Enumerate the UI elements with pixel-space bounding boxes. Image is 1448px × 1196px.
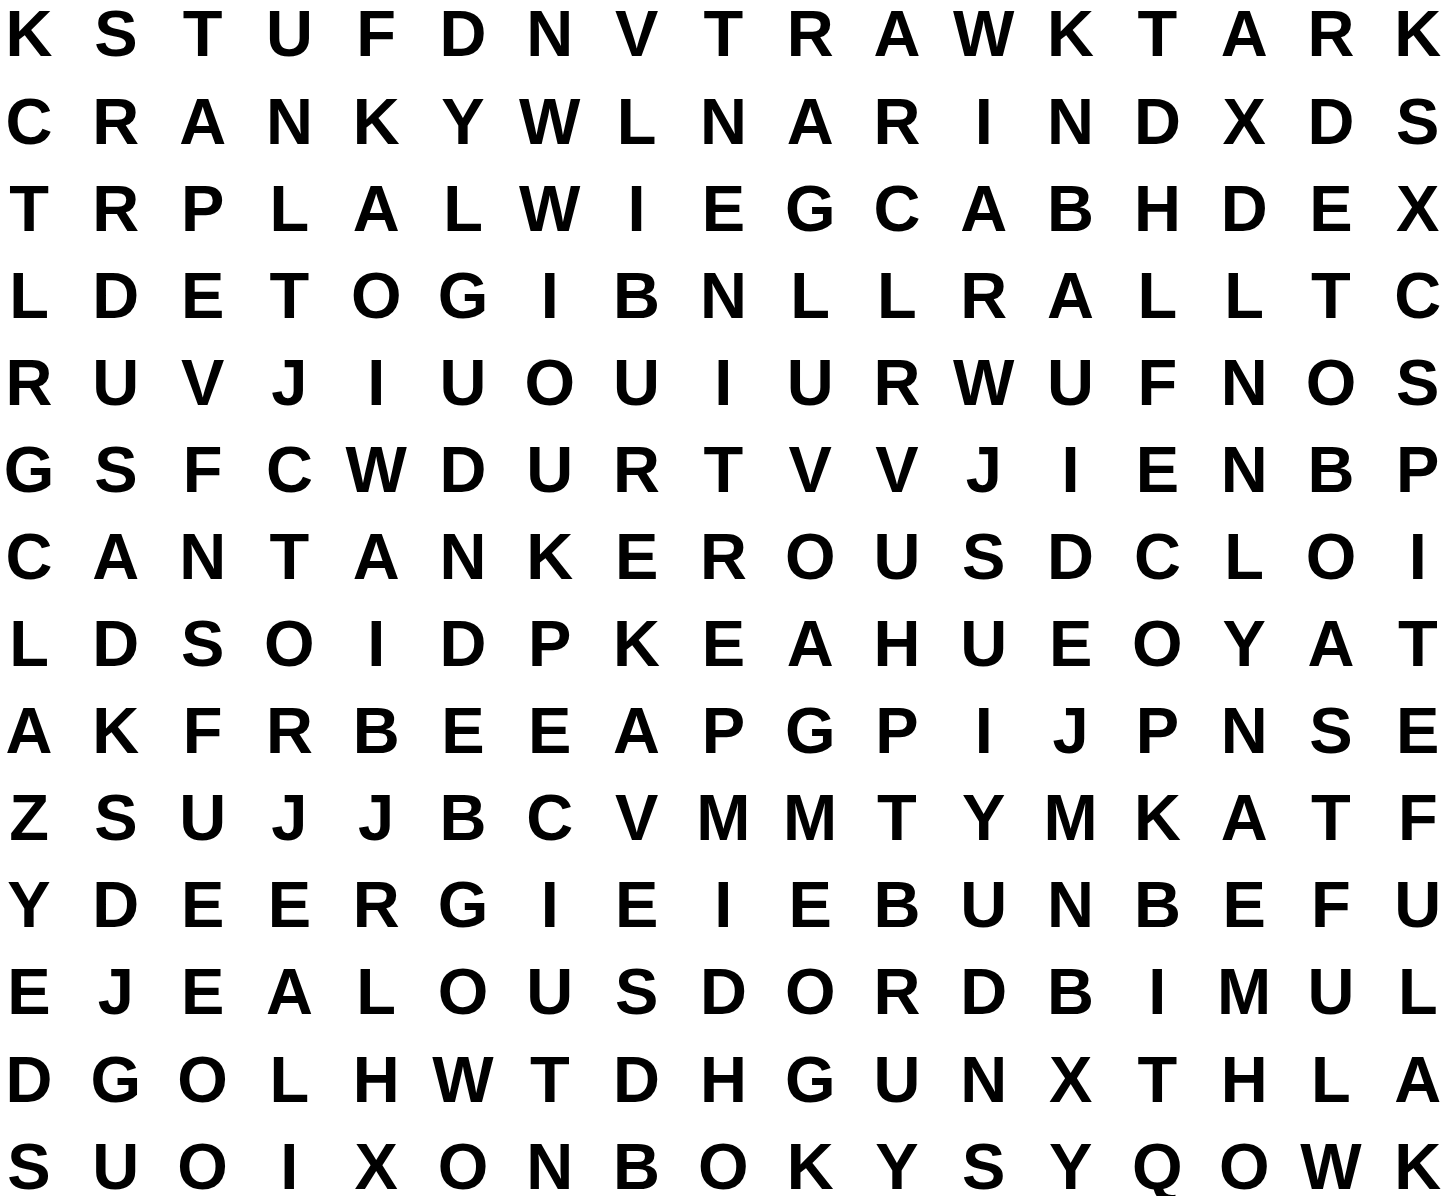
grid-cell[interactable]: E xyxy=(1288,165,1375,252)
grid-cell[interactable]: I xyxy=(506,861,593,948)
grid-cell[interactable]: O xyxy=(506,339,593,426)
grid-cell[interactable]: K xyxy=(767,1123,854,1196)
grid-cell[interactable]: W xyxy=(940,0,1027,78)
grid-cell[interactable]: T xyxy=(1114,0,1201,78)
grid-cell[interactable]: O xyxy=(767,513,854,600)
grid-cell[interactable]: E xyxy=(159,252,246,339)
grid-cell[interactable]: W xyxy=(506,165,593,252)
grid-cell[interactable]: U xyxy=(854,1036,941,1123)
grid-cell[interactable]: P xyxy=(1114,687,1201,774)
grid-cell[interactable]: K xyxy=(1114,774,1201,861)
grid-cell[interactable]: T xyxy=(680,0,767,78)
grid-cell[interactable]: R xyxy=(854,78,941,165)
grid-cell[interactable]: X xyxy=(1201,78,1288,165)
grid-cell[interactable]: S xyxy=(1374,339,1448,426)
grid-cell[interactable]: R xyxy=(680,513,767,600)
grid-cell[interactable]: D xyxy=(420,0,507,78)
grid-cell[interactable]: F xyxy=(1114,339,1201,426)
grid-cell[interactable]: E xyxy=(680,600,767,687)
grid-cell[interactable]: O xyxy=(1201,1123,1288,1196)
grid-cell[interactable]: M xyxy=(1201,948,1288,1035)
grid-cell[interactable]: B xyxy=(593,252,680,339)
grid-cell[interactable]: Y xyxy=(0,861,72,948)
grid-cell[interactable]: A xyxy=(1374,1036,1448,1123)
grid-cell[interactable]: K xyxy=(333,78,420,165)
grid-cell[interactable]: B xyxy=(1288,426,1375,513)
grid-cell[interactable]: D xyxy=(1114,78,1201,165)
grid-cell[interactable]: O xyxy=(159,1123,246,1196)
grid-cell[interactable]: E xyxy=(506,687,593,774)
grid-cell[interactable]: U xyxy=(159,774,246,861)
grid-cell[interactable]: L xyxy=(0,600,72,687)
grid-cell[interactable]: S xyxy=(1374,78,1448,165)
grid-cell[interactable]: L xyxy=(246,1036,333,1123)
grid-cell[interactable]: I xyxy=(940,78,1027,165)
grid-cell[interactable]: H xyxy=(680,1036,767,1123)
grid-cell[interactable]: J xyxy=(246,339,333,426)
grid-cell[interactable]: W xyxy=(940,339,1027,426)
grid-cell[interactable]: C xyxy=(854,165,941,252)
grid-cell[interactable]: D xyxy=(1201,165,1288,252)
grid-cell[interactable]: W xyxy=(1288,1123,1375,1196)
grid-cell[interactable]: U xyxy=(940,600,1027,687)
grid-cell[interactable]: M xyxy=(1027,774,1114,861)
grid-cell[interactable]: Y xyxy=(1027,1123,1114,1196)
grid-cell[interactable]: A xyxy=(593,687,680,774)
grid-cell[interactable]: T xyxy=(1374,600,1448,687)
grid-cell[interactable]: J xyxy=(246,774,333,861)
grid-cell[interactable]: S xyxy=(1288,687,1375,774)
grid-cell[interactable]: N xyxy=(680,252,767,339)
grid-cell[interactable]: D xyxy=(72,252,159,339)
grid-cell[interactable]: C xyxy=(1374,252,1448,339)
grid-cell[interactable]: T xyxy=(246,513,333,600)
grid-cell[interactable]: K xyxy=(0,0,72,78)
grid-cell[interactable]: B xyxy=(420,774,507,861)
grid-cell[interactable]: T xyxy=(854,774,941,861)
grid-cell[interactable]: G xyxy=(767,687,854,774)
grid-cell[interactable]: I xyxy=(1374,513,1448,600)
grid-cell[interactable]: A xyxy=(0,687,72,774)
grid-cell[interactable]: C xyxy=(0,78,72,165)
grid-cell[interactable]: D xyxy=(72,861,159,948)
grid-cell[interactable]: I xyxy=(333,600,420,687)
grid-cell[interactable]: V xyxy=(593,0,680,78)
grid-cell[interactable]: T xyxy=(246,252,333,339)
grid-cell[interactable]: U xyxy=(246,0,333,78)
grid-cell[interactable]: N xyxy=(940,1036,1027,1123)
grid-cell[interactable]: V xyxy=(159,339,246,426)
grid-cell[interactable]: N xyxy=(246,78,333,165)
grid-cell[interactable]: H xyxy=(854,600,941,687)
grid-cell[interactable]: A xyxy=(159,78,246,165)
grid-cell[interactable]: B xyxy=(1114,861,1201,948)
grid-cell[interactable]: T xyxy=(159,0,246,78)
grid-cell[interactable]: G xyxy=(0,426,72,513)
grid-cell[interactable]: X xyxy=(1374,165,1448,252)
grid-cell[interactable]: E xyxy=(593,861,680,948)
grid-cell[interactable]: U xyxy=(1374,861,1448,948)
grid-cell[interactable]: U xyxy=(940,861,1027,948)
grid-cell[interactable]: W xyxy=(420,1036,507,1123)
grid-cell[interactable]: A xyxy=(940,165,1027,252)
grid-cell[interactable]: E xyxy=(1027,600,1114,687)
grid-cell[interactable]: R xyxy=(333,861,420,948)
grid-cell[interactable]: L xyxy=(1201,252,1288,339)
grid-cell[interactable]: H xyxy=(1114,165,1201,252)
grid-cell[interactable]: A xyxy=(1027,252,1114,339)
grid-cell[interactable]: T xyxy=(1288,774,1375,861)
grid-cell[interactable]: I xyxy=(246,1123,333,1196)
grid-cell[interactable]: K xyxy=(1027,0,1114,78)
grid-cell[interactable]: J xyxy=(1027,687,1114,774)
grid-cell[interactable]: S xyxy=(940,513,1027,600)
grid-cell[interactable]: E xyxy=(159,861,246,948)
grid-cell[interactable]: X xyxy=(1027,1036,1114,1123)
grid-cell[interactable]: E xyxy=(246,861,333,948)
grid-cell[interactable]: Y xyxy=(854,1123,941,1196)
grid-cell[interactable]: N xyxy=(680,78,767,165)
grid-cell[interactable]: S xyxy=(72,774,159,861)
grid-cell[interactable]: I xyxy=(1114,948,1201,1035)
grid-cell[interactable]: L xyxy=(420,165,507,252)
grid-cell[interactable]: R xyxy=(854,948,941,1035)
grid-cell[interactable]: U xyxy=(420,339,507,426)
grid-cell[interactable]: R xyxy=(854,339,941,426)
grid-cell[interactable]: U xyxy=(506,948,593,1035)
grid-cell[interactable]: N xyxy=(506,1123,593,1196)
grid-cell[interactable]: R xyxy=(246,687,333,774)
grid-cell[interactable]: D xyxy=(420,600,507,687)
grid-cell[interactable]: U xyxy=(767,339,854,426)
grid-cell[interactable]: G xyxy=(767,1036,854,1123)
grid-cell[interactable]: Q xyxy=(1114,1123,1201,1196)
grid-cell[interactable]: O xyxy=(159,1036,246,1123)
grid-cell[interactable]: N xyxy=(420,513,507,600)
grid-cell[interactable]: L xyxy=(246,165,333,252)
grid-cell[interactable]: Y xyxy=(940,774,1027,861)
grid-cell[interactable]: E xyxy=(0,948,72,1035)
grid-cell[interactable]: N xyxy=(159,513,246,600)
grid-cell[interactable]: A xyxy=(1201,0,1288,78)
grid-cell[interactable]: A xyxy=(333,513,420,600)
grid-cell[interactable]: E xyxy=(593,513,680,600)
grid-cell[interactable]: O xyxy=(1114,600,1201,687)
grid-cell[interactable]: K xyxy=(593,600,680,687)
grid-cell[interactable]: M xyxy=(680,774,767,861)
grid-cell[interactable]: J xyxy=(333,774,420,861)
grid-cell[interactable]: E xyxy=(1374,687,1448,774)
grid-cell[interactable]: T xyxy=(1288,252,1375,339)
grid-cell[interactable]: C xyxy=(246,426,333,513)
grid-cell[interactable]: O xyxy=(1288,513,1375,600)
grid-cell[interactable]: A xyxy=(1201,774,1288,861)
grid-cell[interactable]: P xyxy=(506,600,593,687)
grid-cell[interactable]: N xyxy=(1027,861,1114,948)
grid-cell[interactable]: R xyxy=(767,0,854,78)
grid-cell[interactable]: B xyxy=(593,1123,680,1196)
grid-cell[interactable]: K xyxy=(72,687,159,774)
grid-cell[interactable]: V xyxy=(593,774,680,861)
grid-cell[interactable]: L xyxy=(1114,252,1201,339)
grid-cell[interactable]: D xyxy=(1027,513,1114,600)
grid-cell[interactable]: U xyxy=(72,339,159,426)
grid-cell[interactable]: Y xyxy=(1201,600,1288,687)
grid-cell[interactable]: S xyxy=(940,1123,1027,1196)
grid-cell[interactable]: M xyxy=(767,774,854,861)
grid-cell[interactable]: R xyxy=(0,339,72,426)
grid-cell[interactable]: F xyxy=(1374,774,1448,861)
grid-cell[interactable]: L xyxy=(0,252,72,339)
grid-cell[interactable]: A xyxy=(767,78,854,165)
grid-cell[interactable]: E xyxy=(159,948,246,1035)
grid-cell[interactable]: T xyxy=(1114,1036,1201,1123)
grid-cell[interactable]: Z xyxy=(0,774,72,861)
grid-cell[interactable]: G xyxy=(420,861,507,948)
grid-cell[interactable]: L xyxy=(1201,513,1288,600)
grid-cell[interactable]: D xyxy=(940,948,1027,1035)
grid-cell[interactable]: I xyxy=(333,339,420,426)
grid-cell[interactable]: P xyxy=(159,165,246,252)
grid-cell[interactable]: J xyxy=(940,426,1027,513)
grid-cell[interactable]: R xyxy=(72,165,159,252)
grid-cell[interactable]: K xyxy=(506,513,593,600)
grid-cell[interactable]: R xyxy=(940,252,1027,339)
grid-cell[interactable]: E xyxy=(420,687,507,774)
grid-cell[interactable]: U xyxy=(1027,339,1114,426)
grid-cell[interactable]: O xyxy=(767,948,854,1035)
grid-cell[interactable]: F xyxy=(159,426,246,513)
grid-cell[interactable]: L xyxy=(1288,1036,1375,1123)
grid-cell[interactable]: P xyxy=(680,687,767,774)
grid-cell[interactable]: E xyxy=(1114,426,1201,513)
grid-cell[interactable]: S xyxy=(159,600,246,687)
grid-cell[interactable]: A xyxy=(767,600,854,687)
grid-cell[interactable]: F xyxy=(159,687,246,774)
grid-cell[interactable]: S xyxy=(72,426,159,513)
grid-cell[interactable]: G xyxy=(767,165,854,252)
grid-cell[interactable]: I xyxy=(680,861,767,948)
grid-cell[interactable]: U xyxy=(593,339,680,426)
grid-cell[interactable]: E xyxy=(680,165,767,252)
grid-cell[interactable]: R xyxy=(1288,0,1375,78)
grid-cell[interactable]: L xyxy=(593,78,680,165)
grid-cell[interactable]: D xyxy=(0,1036,72,1123)
grid-cell[interactable]: V xyxy=(767,426,854,513)
grid-cell[interactable]: P xyxy=(854,687,941,774)
grid-cell[interactable]: N xyxy=(506,0,593,78)
grid-cell[interactable]: S xyxy=(593,948,680,1035)
grid-cell[interactable]: H xyxy=(1201,1036,1288,1123)
grid-cell[interactable]: N xyxy=(1201,339,1288,426)
grid-cell[interactable]: I xyxy=(680,339,767,426)
grid-cell[interactable]: V xyxy=(854,426,941,513)
grid-cell[interactable]: D xyxy=(72,600,159,687)
grid-cell[interactable]: T xyxy=(506,1036,593,1123)
grid-cell[interactable]: K xyxy=(1374,1123,1448,1196)
grid-cell[interactable]: D xyxy=(593,1036,680,1123)
grid-cell[interactable]: O xyxy=(420,1123,507,1196)
grid-cell[interactable]: E xyxy=(1201,861,1288,948)
grid-cell[interactable]: O xyxy=(680,1123,767,1196)
grid-cell[interactable]: G xyxy=(72,1036,159,1123)
grid-cell[interactable]: A xyxy=(246,948,333,1035)
grid-cell[interactable]: A xyxy=(72,513,159,600)
grid-cell[interactable]: B xyxy=(854,861,941,948)
grid-cell[interactable]: U xyxy=(72,1123,159,1196)
grid-cell[interactable]: W xyxy=(506,78,593,165)
grid-cell[interactable]: I xyxy=(1027,426,1114,513)
grid-cell[interactable]: A xyxy=(333,165,420,252)
grid-cell[interactable]: I xyxy=(940,687,1027,774)
grid-cell[interactable]: F xyxy=(333,0,420,78)
grid-cell[interactable]: C xyxy=(506,774,593,861)
grid-cell[interactable]: O xyxy=(1288,339,1375,426)
grid-cell[interactable]: U xyxy=(1288,948,1375,1035)
grid-cell[interactable]: B xyxy=(1027,948,1114,1035)
grid-cell[interactable]: A xyxy=(1288,600,1375,687)
grid-cell[interactable]: X xyxy=(333,1123,420,1196)
grid-cell[interactable]: D xyxy=(420,426,507,513)
grid-cell[interactable]: O xyxy=(333,252,420,339)
grid-cell[interactable]: N xyxy=(1201,687,1288,774)
grid-cell[interactable]: J xyxy=(72,948,159,1035)
grid-cell[interactable]: L xyxy=(1374,948,1448,1035)
grid-cell[interactable]: R xyxy=(593,426,680,513)
grid-cell[interactable]: B xyxy=(333,687,420,774)
grid-cell[interactable]: N xyxy=(1201,426,1288,513)
grid-cell[interactable]: U xyxy=(506,426,593,513)
grid-cell[interactable]: S xyxy=(0,1123,72,1196)
grid-cell[interactable]: L xyxy=(767,252,854,339)
grid-cell[interactable]: D xyxy=(680,948,767,1035)
grid-cell[interactable]: A xyxy=(854,0,941,78)
grid-cell[interactable]: F xyxy=(1288,861,1375,948)
word-search-board: KSTUFDNVTRAWKTARKCRANKYWLNARINDXDSTRPLAL… xyxy=(0,0,1448,1196)
grid-cell[interactable]: B xyxy=(1027,165,1114,252)
word-search-puzzle: KSTUFDNVTRAWKTARKCRANKYWLNARINDXDSTRPLAL… xyxy=(0,0,1448,1196)
grid-cell[interactable]: I xyxy=(506,252,593,339)
grid-cell[interactable]: W xyxy=(333,426,420,513)
grid-cell[interactable]: N xyxy=(1027,78,1114,165)
grid-cell[interactable]: R xyxy=(72,78,159,165)
grid-cell[interactable]: U xyxy=(854,513,941,600)
grid-cell[interactable]: L xyxy=(854,252,941,339)
grid-cell[interactable]: C xyxy=(1114,513,1201,600)
grid-cell[interactable]: L xyxy=(333,948,420,1035)
grid-cell[interactable]: C xyxy=(0,513,72,600)
grid-cell[interactable]: D xyxy=(1288,78,1375,165)
grid-cell[interactable]: T xyxy=(680,426,767,513)
grid-cell[interactable]: I xyxy=(593,165,680,252)
grid-cell[interactable]: G xyxy=(420,252,507,339)
grid-cell[interactable]: E xyxy=(767,861,854,948)
grid-cell[interactable]: K xyxy=(1374,0,1448,78)
grid-cell[interactable]: H xyxy=(333,1036,420,1123)
grid-cell[interactable]: P xyxy=(1374,426,1448,513)
grid-cell[interactable]: T xyxy=(0,165,72,252)
grid-cell[interactable]: S xyxy=(72,0,159,78)
grid-cell[interactable]: O xyxy=(246,600,333,687)
grid-cell[interactable]: Y xyxy=(420,78,507,165)
grid-cell[interactable]: O xyxy=(420,948,507,1035)
